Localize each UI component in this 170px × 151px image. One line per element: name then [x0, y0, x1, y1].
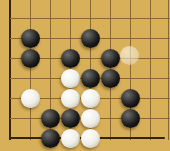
white-stone[interactable] — [61, 89, 80, 108]
black-stone[interactable] — [21, 29, 40, 48]
white-stone[interactable] — [81, 89, 100, 108]
black-stone[interactable] — [121, 109, 140, 128]
go-board[interactable] — [0, 0, 170, 151]
black-stone[interactable] — [21, 49, 40, 68]
white-stone[interactable] — [61, 69, 80, 88]
go-app-screenshot — [0, 0, 170, 151]
black-stone[interactable] — [41, 129, 60, 148]
grid-line-vertical — [30, 0, 31, 140]
white-stone[interactable] — [61, 129, 80, 148]
black-stone[interactable] — [81, 29, 100, 48]
grid-line-vertical — [150, 0, 151, 140]
grid-line-vertical — [168, 0, 169, 140]
black-stone[interactable] — [101, 49, 120, 68]
white-stone[interactable] — [81, 129, 100, 148]
white-stone[interactable] — [21, 89, 40, 108]
ghost-white-stone[interactable] — [120, 46, 139, 65]
black-stone[interactable] — [121, 89, 140, 108]
black-stone[interactable] — [61, 109, 80, 128]
board-left-edge-line — [9, 0, 11, 140]
grid-line-horizontal — [10, 18, 170, 19]
black-stone[interactable] — [81, 69, 100, 88]
black-stone[interactable] — [101, 69, 120, 88]
black-stone[interactable] — [61, 49, 80, 68]
white-stone[interactable] — [81, 109, 100, 128]
black-stone[interactable] — [41, 109, 60, 128]
